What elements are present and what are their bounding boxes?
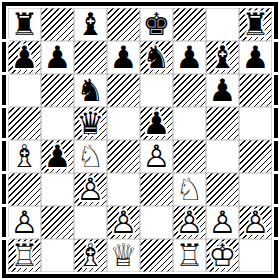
square-e8: ♚♚ <box>140 8 173 41</box>
square-f2: ♟♙ <box>173 206 206 239</box>
square-b7: ♟♟ <box>41 41 74 74</box>
square-d8 <box>107 8 140 41</box>
square-e5: ♟♟ <box>140 107 173 140</box>
square-e7: ♞♞ <box>140 41 173 74</box>
square-d6 <box>107 74 140 107</box>
piece-white-pawn: ♟♙ <box>173 206 206 239</box>
square-a6 <box>8 74 41 107</box>
piece-white-pawn: ♟♙ <box>8 206 41 239</box>
square-h3 <box>239 173 272 206</box>
piece-white-pawn: ♟♙ <box>107 206 140 239</box>
diagram-page: { "game": "chess", "window": { "width": … <box>0 0 279 280</box>
square-c3: ♟♙ <box>74 173 107 206</box>
piece-black-pawn: ♟♟ <box>41 140 74 173</box>
frame-notch <box>2 39 9 42</box>
piece-glyph: ♝ <box>74 8 107 41</box>
square-e1 <box>140 239 173 272</box>
piece-white-queen: ♛♕ <box>107 239 140 272</box>
piece-glyph: ♕ <box>107 239 140 272</box>
piece-glyph: ♟ <box>41 140 74 173</box>
square-b2 <box>41 206 74 239</box>
piece-white-bishop: ♝♗ <box>74 239 107 272</box>
frame-notch <box>272 237 279 240</box>
piece-black-queen: ♛♛ <box>74 107 107 140</box>
square-g6: ♟♟ <box>206 74 239 107</box>
piece-black-knight: ♞♞ <box>140 41 173 74</box>
piece-glyph: ♙ <box>8 206 41 239</box>
piece-glyph: ♗ <box>74 239 107 272</box>
frame-notch <box>2 72 9 75</box>
square-c2 <box>74 206 107 239</box>
piece-glyph: ♜ <box>8 8 41 41</box>
piece-white-king: ♚♔ <box>206 239 239 272</box>
square-a5 <box>8 107 41 140</box>
piece-glyph: ♟ <box>8 41 41 74</box>
square-e6 <box>140 74 173 107</box>
square-d2: ♟♙ <box>107 206 140 239</box>
piece-glyph: ♖ <box>173 239 206 272</box>
square-f8 <box>173 8 206 41</box>
piece-black-king: ♚♚ <box>140 8 173 41</box>
piece-glyph: ♚ <box>140 8 173 41</box>
square-b1 <box>41 239 74 272</box>
square-g5 <box>206 107 239 140</box>
piece-glyph: ♙ <box>206 206 239 239</box>
square-a1: ♜♖ <box>8 239 41 272</box>
piece-white-knight: ♞♘ <box>74 140 107 173</box>
square-e4: ♟♙ <box>140 140 173 173</box>
piece-glyph: ♙ <box>74 173 107 206</box>
frame-notch <box>2 138 9 141</box>
piece-glyph: ♘ <box>74 140 107 173</box>
square-d1: ♛♕ <box>107 239 140 272</box>
frame-notch <box>272 105 279 108</box>
square-d7: ♟♟ <box>107 41 140 74</box>
piece-glyph: ♙ <box>107 206 140 239</box>
square-a8: ♜♜ <box>8 8 41 41</box>
square-c7 <box>74 41 107 74</box>
square-h7: ♟♟ <box>239 41 272 74</box>
piece-glyph: ♟ <box>173 41 206 74</box>
piece-glyph: ♗ <box>8 140 41 173</box>
square-h8: ♜♜ <box>239 8 272 41</box>
board-frame: ♜♜♝♝♚♚♜♜♟♟♟♟♟♟♞♞♟♟♝♝♟♟♞♞♟♟♛♛♟♟♝♗♟♟♞♘♟♙♟♙… <box>2 2 278 278</box>
square-b4: ♟♟ <box>41 140 74 173</box>
piece-white-pawn: ♟♙ <box>239 206 272 239</box>
square-f5 <box>173 107 206 140</box>
piece-white-knight: ♞♘ <box>173 173 206 206</box>
piece-black-knight: ♞♞ <box>74 74 107 107</box>
piece-black-pawn: ♟♟ <box>41 41 74 74</box>
frame-notch <box>272 72 279 75</box>
piece-white-pawn: ♟♙ <box>140 140 173 173</box>
frame-notch <box>272 171 279 174</box>
square-e2 <box>140 206 173 239</box>
frame-notch <box>2 105 9 108</box>
square-c8: ♝♝ <box>74 8 107 41</box>
piece-glyph: ♙ <box>239 206 272 239</box>
square-c6: ♞♞ <box>74 74 107 107</box>
frame-notch <box>272 39 279 42</box>
piece-glyph: ♟ <box>140 107 173 140</box>
piece-glyph: ♙ <box>140 140 173 173</box>
piece-glyph: ♖ <box>8 239 41 272</box>
frame-notch <box>2 204 9 207</box>
piece-black-pawn: ♟♟ <box>206 74 239 107</box>
piece-black-pawn: ♟♟ <box>140 107 173 140</box>
piece-glyph: ♟ <box>41 41 74 74</box>
piece-white-pawn: ♟♙ <box>206 206 239 239</box>
square-g3 <box>206 173 239 206</box>
piece-black-pawn: ♟♟ <box>8 41 41 74</box>
square-h1 <box>239 239 272 272</box>
piece-black-rook: ♜♜ <box>239 8 272 41</box>
frame-notch <box>272 138 279 141</box>
frame-notch <box>272 204 279 207</box>
square-g4 <box>206 140 239 173</box>
piece-glyph: ♟ <box>239 41 272 74</box>
piece-glyph: ♞ <box>140 41 173 74</box>
frame-notch <box>2 171 9 174</box>
piece-glyph: ♟ <box>107 41 140 74</box>
square-b6 <box>41 74 74 107</box>
piece-glyph: ♔ <box>206 239 239 272</box>
square-b3 <box>41 173 74 206</box>
piece-black-pawn: ♟♟ <box>173 41 206 74</box>
piece-white-bishop: ♝♗ <box>8 140 41 173</box>
piece-black-rook: ♜♜ <box>8 8 41 41</box>
square-h5 <box>239 107 272 140</box>
square-a4: ♝♗ <box>8 140 41 173</box>
piece-glyph: ♛ <box>74 107 107 140</box>
square-f1: ♜♖ <box>173 239 206 272</box>
square-h4 <box>239 140 272 173</box>
square-g2: ♟♙ <box>206 206 239 239</box>
square-b8 <box>41 8 74 41</box>
piece-glyph: ♜ <box>239 8 272 41</box>
square-f6 <box>173 74 206 107</box>
square-c5: ♛♛ <box>74 107 107 140</box>
frame-notch <box>2 237 9 240</box>
piece-white-rook: ♜♖ <box>8 239 41 272</box>
square-e3 <box>140 173 173 206</box>
square-h6 <box>239 74 272 107</box>
square-g8 <box>206 8 239 41</box>
piece-white-pawn: ♟♙ <box>74 173 107 206</box>
piece-black-bishop: ♝♝ <box>206 41 239 74</box>
piece-black-bishop: ♝♝ <box>74 8 107 41</box>
piece-black-pawn: ♟♟ <box>107 41 140 74</box>
piece-glyph: ♘ <box>173 173 206 206</box>
chess-board: ♜♜♝♝♚♚♜♜♟♟♟♟♟♟♞♞♟♟♝♝♟♟♞♞♟♟♛♛♟♟♝♗♟♟♞♘♟♙♟♙… <box>8 8 272 272</box>
square-f4 <box>173 140 206 173</box>
square-g1: ♚♔ <box>206 239 239 272</box>
square-d5 <box>107 107 140 140</box>
piece-white-rook: ♜♖ <box>173 239 206 272</box>
square-c1: ♝♗ <box>74 239 107 272</box>
square-f7: ♟♟ <box>173 41 206 74</box>
square-d4 <box>107 140 140 173</box>
square-a2: ♟♙ <box>8 206 41 239</box>
square-b5 <box>41 107 74 140</box>
square-g7: ♝♝ <box>206 41 239 74</box>
square-a7: ♟♟ <box>8 41 41 74</box>
piece-glyph: ♙ <box>173 206 206 239</box>
square-c4: ♞♘ <box>74 140 107 173</box>
square-a3 <box>8 173 41 206</box>
piece-glyph: ♞ <box>74 74 107 107</box>
piece-glyph: ♝ <box>206 41 239 74</box>
square-f3: ♞♘ <box>173 173 206 206</box>
piece-black-pawn: ♟♟ <box>239 41 272 74</box>
square-d3 <box>107 173 140 206</box>
piece-glyph: ♟ <box>206 74 239 107</box>
square-h2: ♟♙ <box>239 206 272 239</box>
